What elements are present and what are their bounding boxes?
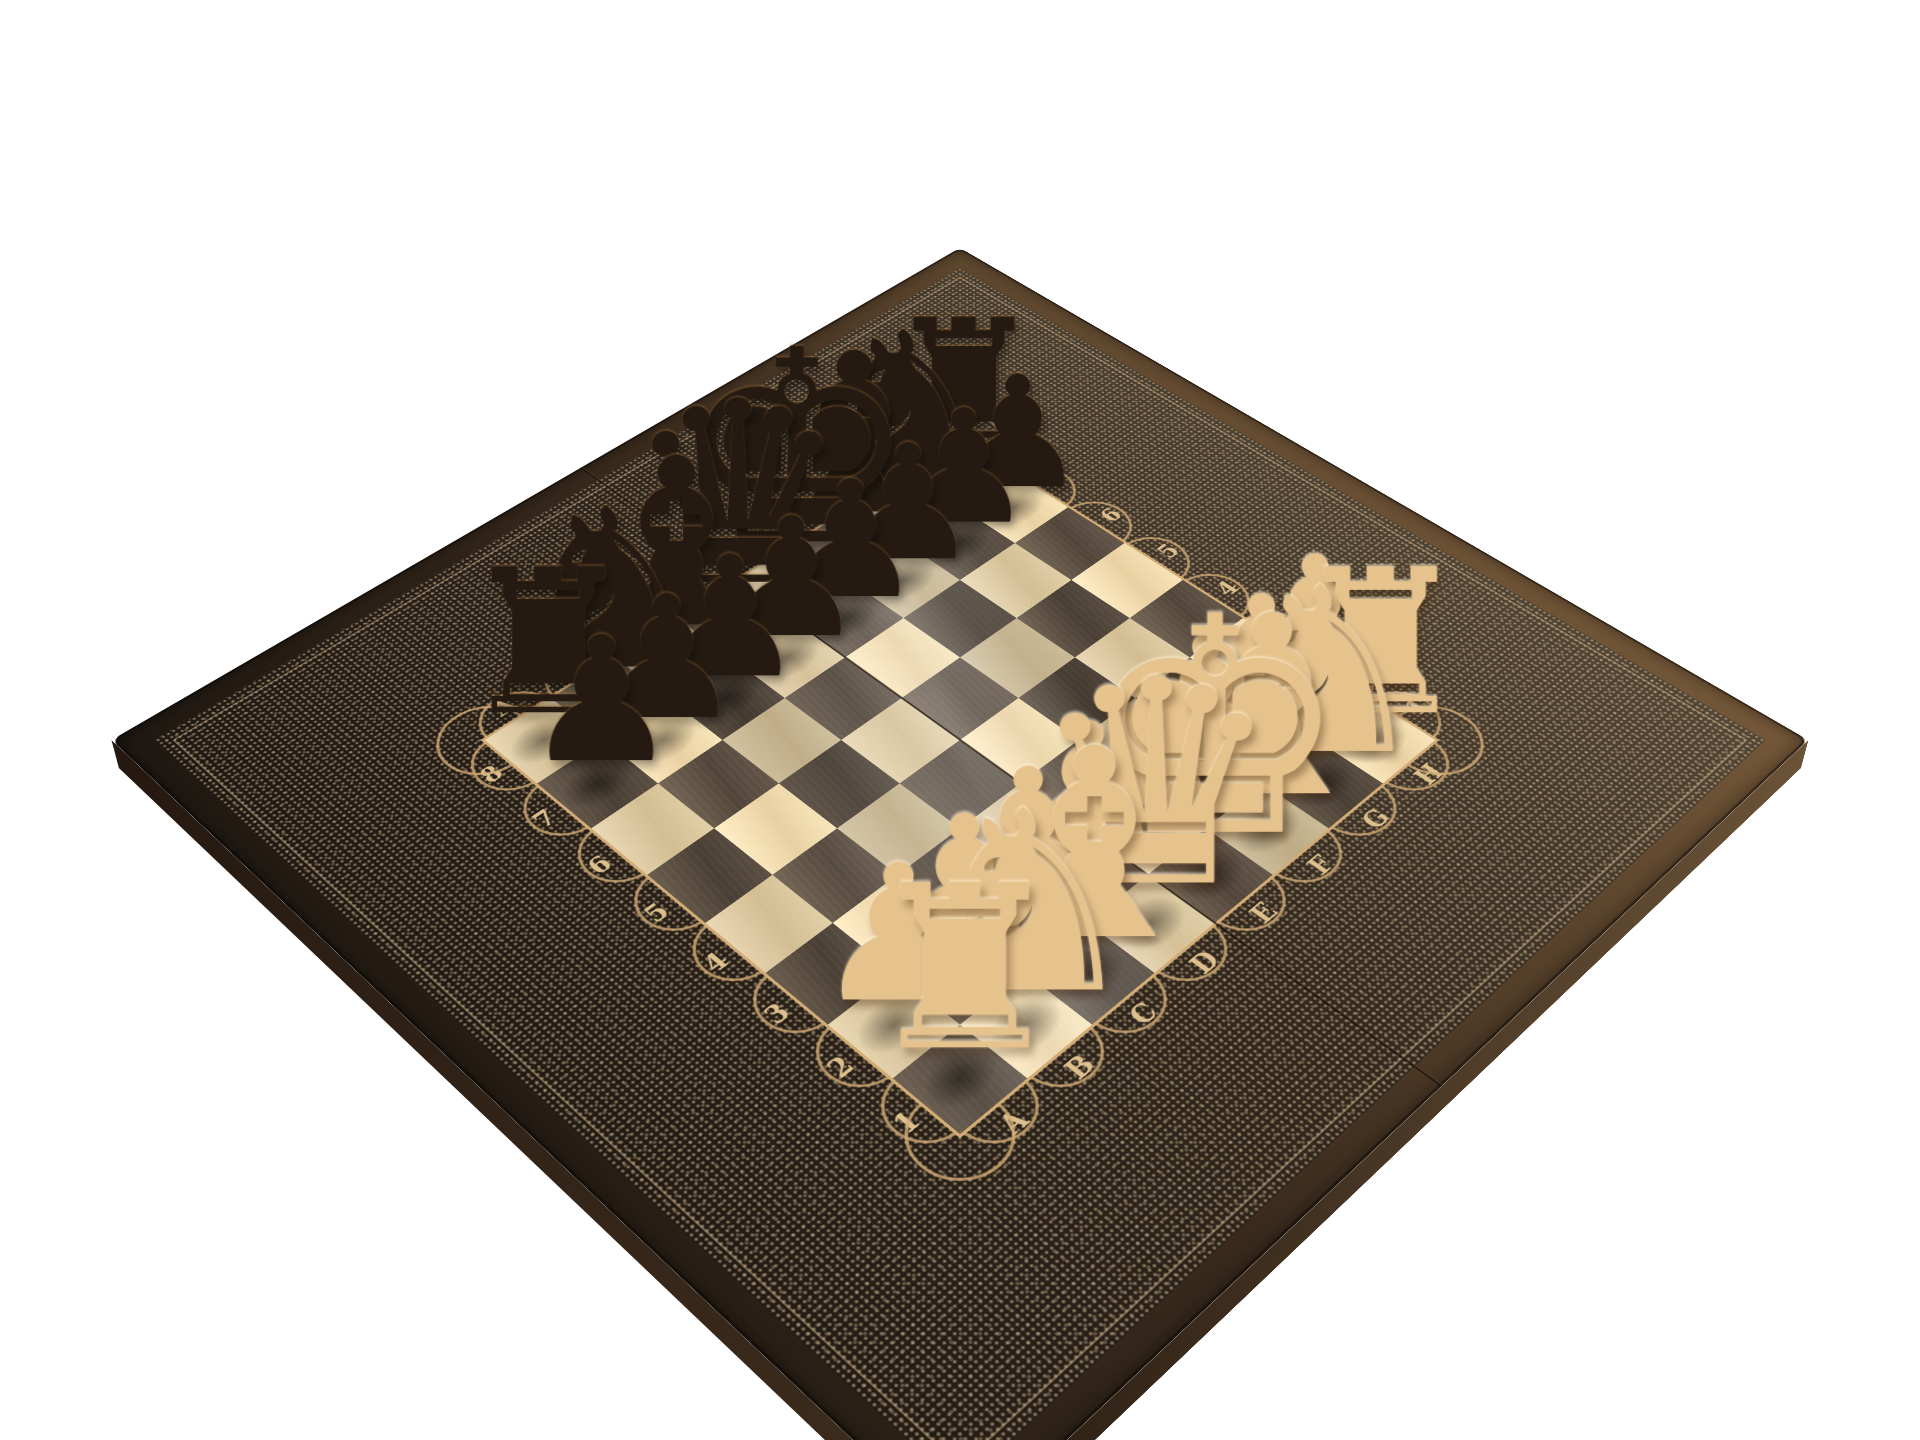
chess-piece-glyph: ♜ <box>795 855 1135 1082</box>
chess-piece-glyph: ♟ <box>449 613 754 786</box>
chess-board: ABCDEFGH ABCDEFGH 87654321 87654321 ♜♞♝♛… <box>111 248 1808 1440</box>
scene: ABCDEFGH ABCDEFGH 87654321 87654321 ♜♞♝♛… <box>0 0 1920 1440</box>
